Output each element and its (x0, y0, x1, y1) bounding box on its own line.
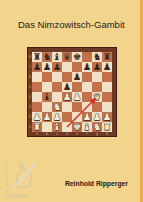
square-f3 (82, 102, 92, 112)
square-h8: ♜ (102, 52, 112, 62)
square-g5 (92, 82, 102, 92)
square-g2: ♟ (92, 112, 102, 122)
piece-black-rook: ♜ (103, 52, 112, 62)
piece-black-pawn: ♟ (43, 62, 52, 72)
square-a8: ♜ (32, 52, 42, 62)
piece-white-queen: ♛ (93, 92, 102, 102)
square-a3 (32, 102, 42, 112)
square-c2: ♟ (52, 112, 62, 122)
square-d8: ♛ (62, 52, 72, 62)
square-a5 (32, 82, 42, 92)
board-grid: ♜♞♝♛♚♞♜♟♟♟♟♟♟♟♟♝♟♟♛♞♟♟♟♟♟♟♜♝♚♝♞♜ (32, 52, 112, 132)
square-f5 (82, 82, 92, 92)
square-f6 (82, 72, 92, 82)
file-label-c: c (52, 132, 62, 136)
square-d1 (62, 122, 72, 132)
square-g7: ♟ (92, 62, 102, 72)
square-d7 (62, 62, 72, 72)
piece-black-king: ♚ (73, 52, 82, 62)
square-h7: ♟ (102, 62, 112, 72)
square-a4 (32, 92, 42, 102)
square-g6 (92, 72, 102, 82)
square-c7: ♟ (52, 62, 62, 72)
square-g1: ♞ (92, 122, 102, 132)
square-h3 (102, 102, 112, 112)
square-d2 (62, 112, 72, 122)
square-g4: ♛ (92, 92, 102, 102)
piece-black-knight: ♞ (43, 52, 52, 62)
piece-black-pawn: ♟ (73, 72, 82, 82)
square-b2: ♟ (42, 112, 52, 122)
square-c3: ♞ (52, 102, 62, 112)
square-e7 (72, 62, 82, 72)
piece-white-pawn: ♟ (33, 112, 42, 122)
piece-black-knight: ♞ (93, 52, 102, 62)
square-h5 (102, 82, 112, 92)
square-f2: ♟ (82, 112, 92, 122)
piece-black-pawn: ♟ (103, 62, 112, 72)
piece-white-pawn: ♟ (43, 112, 52, 122)
file-label-e: e (72, 132, 82, 136)
piece-white-pawn: ♟ (103, 112, 112, 122)
piece-black-bishop: ♝ (53, 52, 62, 62)
square-b5 (42, 82, 52, 92)
piece-black-pawn: ♟ (83, 62, 92, 72)
square-b1 (42, 122, 52, 132)
piece-black-pawn: ♟ (33, 62, 42, 72)
book-cover: Das Nimzowitsch-Gambit 87654321 abcdefgh… (0, 0, 143, 202)
square-e3 (72, 102, 82, 112)
square-f1: ♝ (82, 122, 92, 132)
square-d6 (62, 72, 72, 82)
file-labels: abcdefgh (32, 132, 112, 136)
square-h4 (102, 92, 112, 102)
piece-white-bishop: ♝ (53, 122, 62, 132)
square-b3 (42, 102, 52, 112)
square-c1: ♝ (52, 122, 62, 132)
piece-white-knight: ♞ (93, 122, 102, 132)
square-a2: ♟ (32, 112, 42, 122)
publisher-logo: Chess Coach (3, 153, 45, 201)
piece-black-pawn: ♟ (93, 62, 102, 72)
piece-black-pawn: ♟ (63, 82, 72, 92)
square-a1: ♜ (32, 122, 42, 132)
piece-white-pawn: ♟ (83, 112, 92, 122)
piece-white-king: ♚ (73, 122, 82, 132)
square-f8 (82, 52, 92, 62)
piece-white-pawn: ♟ (93, 112, 102, 122)
square-a7: ♟ (32, 62, 42, 72)
file-label-a: a (32, 132, 42, 136)
square-e5 (72, 82, 82, 92)
piece-white-pawn: ♟ (63, 92, 72, 102)
square-e2 (72, 112, 82, 122)
file-label-h: h (102, 132, 112, 136)
square-h2: ♟ (102, 112, 112, 122)
square-b7: ♟ (42, 62, 52, 72)
chessboard: 87654321 abcdefgh ♜♞♝♛♚♞♜♟♟♟♟♟♟♟♟♝♟♟♛♞♟♟… (28, 48, 116, 136)
piece-black-pawn: ♟ (53, 62, 62, 72)
book-title: Das Nimzowitsch-Gambit (18, 19, 125, 30)
square-e8: ♚ (72, 52, 82, 62)
piece-black-rook: ♜ (33, 52, 42, 62)
square-g3 (92, 102, 102, 112)
square-h1: ♜ (102, 122, 112, 132)
square-c4 (52, 92, 62, 102)
file-label-d: d (62, 132, 72, 136)
piece-black-bishop: ♝ (43, 92, 52, 102)
right-accent-strip (140, 0, 143, 202)
file-label-f: f (82, 132, 92, 136)
logo-coach-text: Coach (4, 191, 27, 200)
square-a6 (32, 72, 42, 82)
square-c6 (52, 72, 62, 82)
file-label-g: g (92, 132, 102, 136)
square-b4: ♝ (42, 92, 52, 102)
square-g8: ♞ (92, 52, 102, 62)
piece-white-pawn: ♟ (53, 112, 62, 122)
square-d4: ♟ (62, 92, 72, 102)
piece-white-rook: ♜ (103, 122, 112, 132)
piece-white-rook: ♜ (33, 122, 42, 132)
square-c5 (52, 82, 62, 92)
author-name: Reinhold Ripperger (65, 180, 128, 187)
square-b8: ♞ (42, 52, 52, 62)
knight-logo-icon (8, 157, 42, 191)
square-f4 (82, 92, 92, 102)
file-label-b: b (42, 132, 52, 136)
piece-white-knight: ♞ (53, 102, 62, 112)
piece-white-pawn: ♟ (73, 92, 82, 102)
piece-black-queen: ♛ (63, 52, 72, 62)
square-h6 (102, 72, 112, 82)
square-b6 (42, 72, 52, 82)
square-e1: ♚ (72, 122, 82, 132)
square-d3 (62, 102, 72, 112)
square-c8: ♝ (52, 52, 62, 62)
square-f7: ♟ (82, 62, 92, 72)
square-e6: ♟ (72, 72, 82, 82)
square-e4: ♟ (72, 92, 82, 102)
piece-white-bishop: ♝ (83, 122, 92, 132)
square-d5: ♟ (62, 82, 72, 92)
